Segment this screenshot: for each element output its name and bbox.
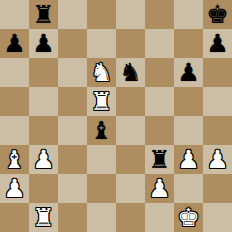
square-c3[interactable] xyxy=(58,145,87,174)
square-g7[interactable] xyxy=(174,29,203,58)
square-b6[interactable] xyxy=(29,58,58,87)
square-e2[interactable] xyxy=(116,174,145,203)
piece-white-knight[interactable]: ♞ xyxy=(90,58,112,87)
square-a1[interactable] xyxy=(0,203,29,232)
piece-black-rook[interactable]: ♜ xyxy=(32,0,54,29)
square-a5[interactable] xyxy=(0,87,29,116)
square-d7[interactable] xyxy=(87,29,116,58)
piece-white-rook[interactable]: ♜ xyxy=(32,203,54,232)
square-g1[interactable]: ♚ xyxy=(174,203,203,232)
square-d2[interactable] xyxy=(87,174,116,203)
square-d6[interactable]: ♞ xyxy=(87,58,116,87)
square-e3[interactable] xyxy=(116,145,145,174)
square-a2[interactable]: ♟ xyxy=(0,174,29,203)
square-h6[interactable] xyxy=(203,58,232,87)
square-a3[interactable]: ♝ xyxy=(0,145,29,174)
piece-white-pawn[interactable]: ♟ xyxy=(3,174,25,203)
square-h7[interactable]: ♟ xyxy=(203,29,232,58)
piece-black-pawn[interactable]: ♟ xyxy=(32,29,54,58)
square-a6[interactable] xyxy=(0,58,29,87)
square-g6[interactable]: ♟ xyxy=(174,58,203,87)
piece-white-rook[interactable]: ♜ xyxy=(90,87,112,116)
square-b3[interactable]: ♟ xyxy=(29,145,58,174)
piece-black-rook[interactable]: ♜ xyxy=(148,145,170,174)
square-g2[interactable] xyxy=(174,174,203,203)
square-a8[interactable] xyxy=(0,0,29,29)
square-d4[interactable]: ♝ xyxy=(87,116,116,145)
piece-black-pawn[interactable]: ♟ xyxy=(177,58,199,87)
piece-white-pawn[interactable]: ♟ xyxy=(206,145,228,174)
square-e8[interactable] xyxy=(116,0,145,29)
chess-board: ♜♚♟♟♟♞♞♟♜♝♝♟♜♟♟♟♟♜♚ xyxy=(0,0,232,232)
square-f3[interactable]: ♜ xyxy=(145,145,174,174)
square-c5[interactable] xyxy=(58,87,87,116)
square-h5[interactable] xyxy=(203,87,232,116)
square-b1[interactable]: ♜ xyxy=(29,203,58,232)
square-c6[interactable] xyxy=(58,58,87,87)
piece-black-pawn[interactable]: ♟ xyxy=(206,29,228,58)
square-d5[interactable]: ♜ xyxy=(87,87,116,116)
square-f7[interactable] xyxy=(145,29,174,58)
square-c8[interactable] xyxy=(58,0,87,29)
piece-black-bishop[interactable]: ♝ xyxy=(90,116,112,145)
square-b2[interactable] xyxy=(29,174,58,203)
square-c7[interactable] xyxy=(58,29,87,58)
square-e5[interactable] xyxy=(116,87,145,116)
square-g5[interactable] xyxy=(174,87,203,116)
square-e7[interactable] xyxy=(116,29,145,58)
square-f2[interactable]: ♟ xyxy=(145,174,174,203)
square-b5[interactable] xyxy=(29,87,58,116)
piece-white-pawn[interactable]: ♟ xyxy=(32,145,54,174)
square-h8[interactable]: ♚ xyxy=(203,0,232,29)
square-a4[interactable] xyxy=(0,116,29,145)
square-c2[interactable] xyxy=(58,174,87,203)
square-g4[interactable] xyxy=(174,116,203,145)
piece-white-pawn[interactable]: ♟ xyxy=(148,174,170,203)
piece-white-king[interactable]: ♚ xyxy=(177,203,199,232)
square-h4[interactable] xyxy=(203,116,232,145)
square-d1[interactable] xyxy=(87,203,116,232)
piece-black-pawn[interactable]: ♟ xyxy=(3,29,25,58)
square-e6[interactable]: ♞ xyxy=(116,58,145,87)
square-c4[interactable] xyxy=(58,116,87,145)
square-f5[interactable] xyxy=(145,87,174,116)
square-e1[interactable] xyxy=(116,203,145,232)
square-f4[interactable] xyxy=(145,116,174,145)
square-a7[interactable]: ♟ xyxy=(0,29,29,58)
piece-black-knight[interactable]: ♞ xyxy=(119,58,141,87)
square-f6[interactable] xyxy=(145,58,174,87)
square-d3[interactable] xyxy=(87,145,116,174)
square-b4[interactable] xyxy=(29,116,58,145)
square-c1[interactable] xyxy=(58,203,87,232)
square-h3[interactable]: ♟ xyxy=(203,145,232,174)
square-b8[interactable]: ♜ xyxy=(29,0,58,29)
square-d8[interactable] xyxy=(87,0,116,29)
piece-white-pawn[interactable]: ♟ xyxy=(177,145,199,174)
square-g8[interactable] xyxy=(174,0,203,29)
square-b7[interactable]: ♟ xyxy=(29,29,58,58)
square-f8[interactable] xyxy=(145,0,174,29)
piece-black-king[interactable]: ♚ xyxy=(206,0,228,29)
square-h2[interactable] xyxy=(203,174,232,203)
square-e4[interactable] xyxy=(116,116,145,145)
square-h1[interactable] xyxy=(203,203,232,232)
square-g3[interactable]: ♟ xyxy=(174,145,203,174)
piece-white-bishop[interactable]: ♝ xyxy=(3,145,25,174)
square-f1[interactable] xyxy=(145,203,174,232)
